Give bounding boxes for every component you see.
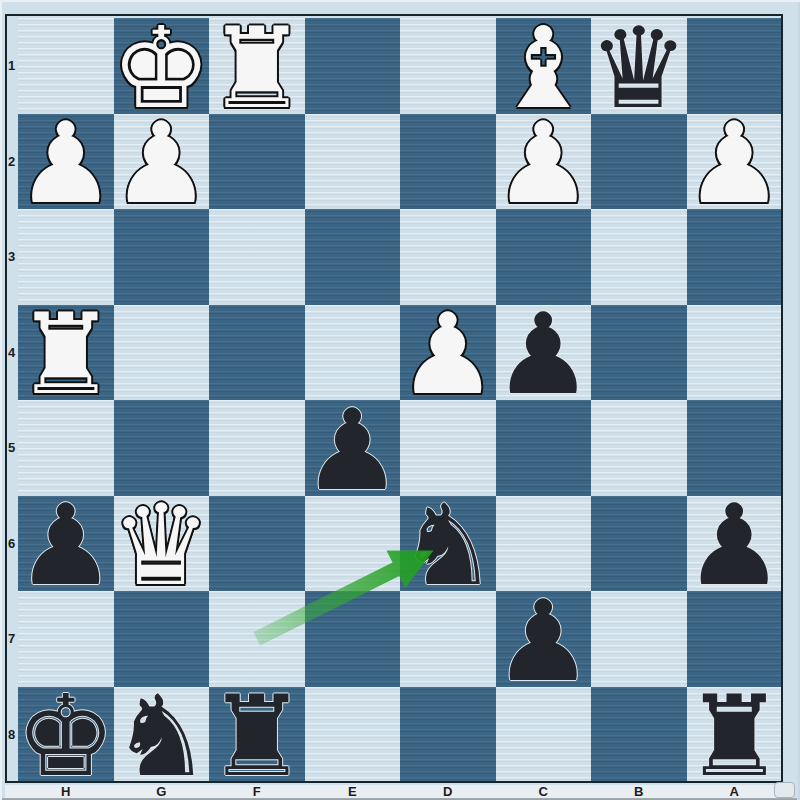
square-d4[interactable]: ♟ [400, 305, 496, 401]
black-pawn[interactable]: ♟ [687, 498, 783, 594]
chess-board[interactable]: ♚♜♝♛♟♟♟♟♜♟♟♟♟♛♞♟♟♚♞♜♜ [18, 18, 782, 782]
square-a4[interactable] [687, 305, 783, 401]
rank-label-8: 8 [5, 687, 18, 783]
black-pawn[interactable]: ♟ [305, 402, 401, 498]
square-f8[interactable]: ♜ [209, 687, 305, 783]
square-f1[interactable]: ♜ [209, 18, 305, 114]
square-d7[interactable] [400, 591, 496, 687]
white-pawn[interactable]: ♟ [400, 307, 496, 403]
file-label-a: A [687, 785, 783, 798]
square-h4[interactable]: ♜ [18, 305, 114, 401]
white-rook[interactable]: ♜ [209, 20, 305, 116]
square-e2[interactable] [305, 114, 401, 210]
square-h8[interactable]: ♚ [18, 687, 114, 783]
square-e5[interactable]: ♟ [305, 400, 401, 496]
white-pawn[interactable]: ♟ [114, 116, 210, 212]
black-knight[interactable]: ♞ [114, 689, 210, 785]
rank-label-7: 7 [5, 591, 18, 687]
square-d2[interactable] [400, 114, 496, 210]
square-a6[interactable]: ♟ [687, 496, 783, 592]
black-rook[interactable]: ♜ [209, 689, 305, 785]
square-b5[interactable] [591, 400, 687, 496]
square-e8[interactable] [305, 687, 401, 783]
square-g8[interactable]: ♞ [114, 687, 210, 783]
square-c5[interactable] [496, 400, 592, 496]
rank-labels: 12345678 [5, 18, 18, 782]
black-pawn[interactable]: ♟ [496, 307, 592, 403]
square-c7[interactable]: ♟ [496, 591, 592, 687]
white-pawn[interactable]: ♟ [18, 116, 114, 212]
square-g6[interactable]: ♛ [114, 496, 210, 592]
black-queen[interactable]: ♛ [591, 20, 687, 116]
white-pawn[interactable]: ♟ [687, 116, 783, 212]
square-f3[interactable] [209, 209, 305, 305]
square-h2[interactable]: ♟ [18, 114, 114, 210]
file-label-b: B [591, 785, 687, 798]
square-a8[interactable]: ♜ [687, 687, 783, 783]
square-c4[interactable]: ♟ [496, 305, 592, 401]
square-e6[interactable] [305, 496, 401, 592]
square-c8[interactable] [496, 687, 592, 783]
white-queen[interactable]: ♛ [114, 498, 210, 594]
square-d6[interactable]: ♞ [400, 496, 496, 592]
square-f4[interactable] [209, 305, 305, 401]
square-b6[interactable] [591, 496, 687, 592]
square-g3[interactable] [114, 209, 210, 305]
square-b7[interactable] [591, 591, 687, 687]
black-knight[interactable]: ♞ [400, 498, 496, 594]
white-rook[interactable]: ♜ [18, 307, 114, 403]
chess-diagram-panel: 12345678 ♚♜♝♛♟♟♟♟♜♟♟♟♟♛♞♟♟♚♞♜♜ HGFEDCBA [0, 0, 800, 800]
square-e1[interactable] [305, 18, 401, 114]
file-labels: HGFEDCBA [5, 785, 783, 798]
square-f6[interactable] [209, 496, 305, 592]
rank-label-3: 3 [5, 209, 18, 305]
square-g2[interactable]: ♟ [114, 114, 210, 210]
square-e3[interactable] [305, 209, 401, 305]
square-b8[interactable] [591, 687, 687, 783]
file-label-g: G [114, 785, 210, 798]
square-b2[interactable] [591, 114, 687, 210]
square-f2[interactable] [209, 114, 305, 210]
file-label-f: F [209, 785, 305, 798]
square-b3[interactable] [591, 209, 687, 305]
rank-label-5: 5 [5, 400, 18, 496]
square-h6[interactable]: ♟ [18, 496, 114, 592]
rank-label-2: 2 [5, 114, 18, 210]
square-f5[interactable] [209, 400, 305, 496]
square-d1[interactable] [400, 18, 496, 114]
resize-handle[interactable] [774, 782, 795, 798]
rank-label-6: 6 [5, 496, 18, 592]
square-a3[interactable] [687, 209, 783, 305]
file-label-h: H [18, 785, 114, 798]
square-b4[interactable] [591, 305, 687, 401]
black-pawn[interactable]: ♟ [18, 498, 114, 594]
square-b1[interactable]: ♛ [591, 18, 687, 114]
square-c2[interactable]: ♟ [496, 114, 592, 210]
file-label-e: E [305, 785, 401, 798]
black-rook[interactable]: ♜ [687, 689, 783, 785]
rank-label-4: 4 [5, 305, 18, 401]
file-label-c: C [496, 785, 592, 798]
white-pawn[interactable]: ♟ [496, 116, 592, 212]
square-e7[interactable] [305, 591, 401, 687]
square-g4[interactable] [114, 305, 210, 401]
rank-label-1: 1 [5, 18, 18, 114]
black-king[interactable]: ♚ [18, 689, 114, 785]
black-pawn[interactable]: ♟ [496, 593, 592, 689]
square-a2[interactable]: ♟ [687, 114, 783, 210]
file-label-d: D [400, 785, 496, 798]
square-d8[interactable] [400, 687, 496, 783]
